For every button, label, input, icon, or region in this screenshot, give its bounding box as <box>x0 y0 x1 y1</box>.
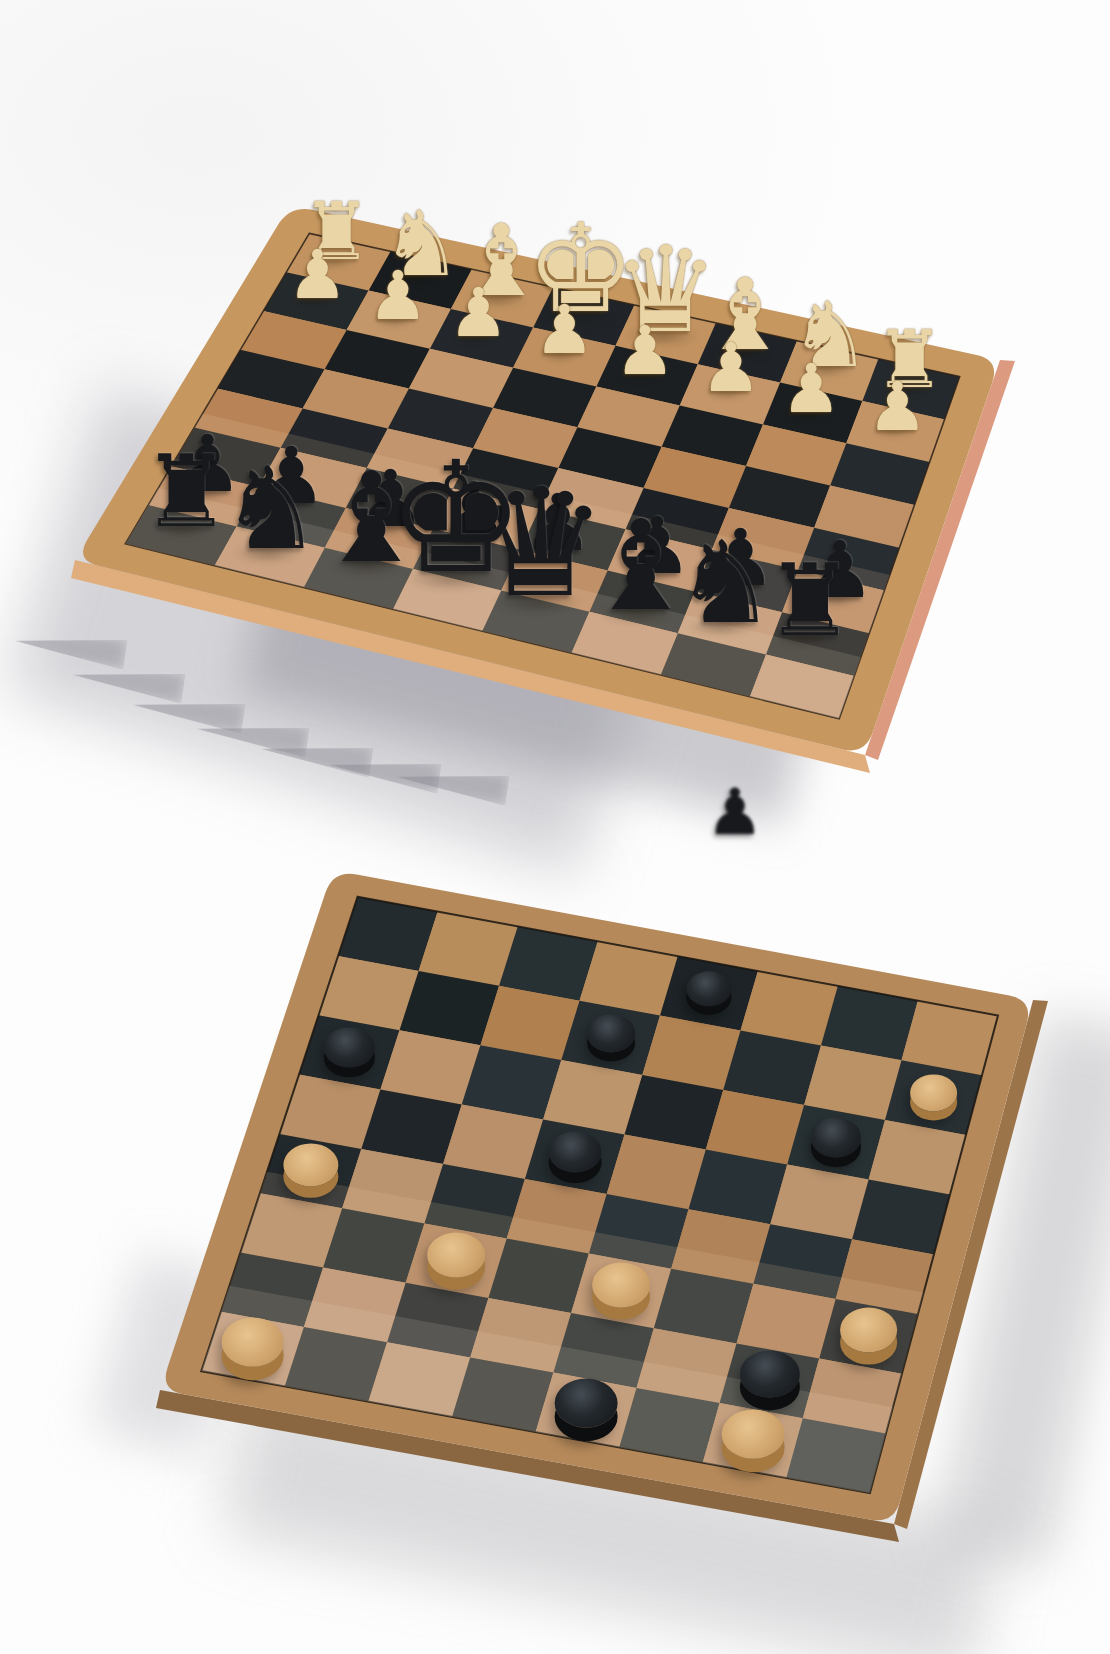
checkers-square-4-2 <box>424 1164 525 1239</box>
piece-shadow-spike <box>130 688 245 733</box>
chess-square-0-2 <box>451 269 553 327</box>
checkers-square-5-0 <box>240 1193 342 1267</box>
chess-photo: ♜♞♝♛♚♝♞♜♟♟♟♟♟♟♟♟♟♟♟♟♟♟♟♟♜♞♝♛♚♝♞♜♟ <box>0 0 1110 1654</box>
checkers-square-4-3 <box>507 1179 607 1254</box>
chess-square-3-0 <box>217 350 324 409</box>
piece-contact-shadow <box>180 488 227 501</box>
chess-square-5-0 <box>171 427 280 487</box>
checkers-square-7-7 <box>786 1418 886 1493</box>
checkers-square-3-4 <box>607 1135 706 1210</box>
chess-square-3-1 <box>303 369 409 428</box>
checkers-square-0-1 <box>419 912 518 986</box>
checkers-square-6-5 <box>637 1328 737 1403</box>
black-king: ♚ <box>387 442 525 596</box>
piece-shadow-spike <box>394 760 509 805</box>
chess-pieces: ♜♞♝♛♚♝♞♜♟♟♟♟♟♟♟♟♟♟♟♟♟♟♟♟♜♞♝♛♚♝♞♜♟ <box>0 0 1110 1654</box>
checkers-square-0-5 <box>741 971 838 1046</box>
white-pawn: ♟ <box>615 318 675 385</box>
checkers-square-5-3 <box>488 1239 589 1314</box>
chess-square-7-3 <box>393 569 501 631</box>
chess-square-5-7 <box>782 570 884 633</box>
checkers-square-2-5 <box>706 1090 804 1165</box>
piece-contact-shadow <box>153 522 213 538</box>
black-queen: ♛ <box>473 469 607 619</box>
checkers-square-7-6 <box>703 1403 803 1478</box>
chess-square-5-1 <box>259 448 367 508</box>
wood-checker <box>910 1074 958 1111</box>
black-pawn: ♟ <box>705 519 775 598</box>
chess-square-7-7 <box>750 655 854 719</box>
checkers-square-6-7 <box>803 1359 902 1434</box>
chess-square-1-3 <box>513 327 615 386</box>
chess-square-6-1 <box>237 487 346 548</box>
piece-contact-shadow <box>363 523 410 536</box>
piece-contact-shadow <box>812 594 859 607</box>
checkers-board <box>0 0 1110 1654</box>
checkers-square-3-2 <box>443 1105 543 1179</box>
checkers-square-2-0 <box>299 1015 400 1089</box>
white-pawn: ♟ <box>368 263 428 330</box>
checkers-square-7-3 <box>452 1357 553 1432</box>
checkers-square-3-0 <box>280 1075 381 1149</box>
checkers-square-4-4 <box>589 1194 689 1269</box>
chess-square-1-4 <box>596 346 697 406</box>
checkers-square-5-6 <box>737 1284 836 1359</box>
product-photo-page: ♜♞♝♛♚♝♞♜♟♟♟♟♟♟♟♟♟♟♟♟♟♟♟♟♜♞♝♛♚♝♞♜♟ <box>0 0 1110 1654</box>
chess-square-2-0 <box>240 311 346 369</box>
piece-contact-shadow <box>468 291 527 307</box>
chess-board-shadow <box>5 385 675 875</box>
checkers-square-5-2 <box>406 1223 507 1298</box>
chess-square-4-4 <box>539 468 643 529</box>
checkers-square-6-3 <box>470 1298 571 1373</box>
checkers-square-5-1 <box>323 1208 424 1283</box>
black-knight: ♞ <box>220 453 322 567</box>
checkers-square-4-7 <box>836 1239 934 1314</box>
piece-contact-shadow <box>799 362 853 376</box>
checkers-board-group <box>156 874 1048 1542</box>
chess-border-line <box>125 233 959 718</box>
piece-contact-shadow <box>330 556 405 576</box>
chess-square-0-3 <box>533 287 634 346</box>
white-king: ♚ <box>526 208 636 330</box>
checkers-square-3-5 <box>689 1150 788 1225</box>
piece-contact-shadow <box>446 535 493 548</box>
black-bishop: ♝ <box>315 456 427 581</box>
chess-square-1-5 <box>680 364 780 424</box>
piece-contact-shadow <box>787 409 827 420</box>
checkers-square-4-0 <box>260 1134 361 1208</box>
chess-square-6-2 <box>325 508 433 569</box>
chess-square-1-2 <box>430 309 533 368</box>
checkers-square-1-1 <box>400 971 500 1045</box>
checkers-square-5-5 <box>654 1269 754 1344</box>
stray-black-pawn: ♟ <box>706 780 763 844</box>
checkers-square-5-7 <box>819 1299 918 1374</box>
chess-square-4-6 <box>712 508 814 570</box>
wood-checker <box>722 1409 785 1458</box>
piece-contact-shadow <box>492 590 582 614</box>
black-pawn: ♟ <box>256 437 326 516</box>
white-bishop: ♝ <box>457 212 546 311</box>
checkers-square-2-1 <box>380 1030 480 1104</box>
checkers-square-1-5 <box>723 1031 821 1106</box>
black-pawn: ♟ <box>172 425 242 504</box>
white-pawn: ♟ <box>287 241 347 308</box>
white-rook: ♜ <box>874 321 945 400</box>
chess-square-5-5 <box>608 529 712 591</box>
piece-shadow-spike <box>326 748 441 793</box>
checkers-square-1-2 <box>480 986 579 1060</box>
checkers-square-7-5 <box>619 1388 719 1463</box>
black-checker <box>548 1131 601 1172</box>
checkers-square-6-4 <box>553 1313 653 1388</box>
chess-square-6-0 <box>148 466 258 526</box>
checkers-border-line <box>201 897 998 1493</box>
piece-contact-shadow <box>454 333 494 344</box>
white-pawn: ♟ <box>448 280 508 347</box>
wood-checker <box>427 1232 485 1277</box>
black-rook: ♜ <box>765 551 855 651</box>
white-pawn: ♟ <box>781 356 841 423</box>
chess-square-1-6 <box>763 383 862 444</box>
checkers-square-6-6 <box>720 1344 820 1419</box>
white-pawn: ♟ <box>867 373 927 440</box>
checkers-square-1-0 <box>319 956 419 1030</box>
chess-board-group <box>71 209 1015 773</box>
chess-square-0-1 <box>369 251 472 309</box>
wood-checker <box>283 1144 338 1187</box>
chess-square-7-5 <box>572 612 678 675</box>
piece-shadow-spike <box>194 712 309 757</box>
checkers-square-7-2 <box>368 1342 470 1417</box>
black-checker <box>587 1015 635 1052</box>
black-knight: ♞ <box>674 526 776 640</box>
black-bishop: ♝ <box>585 504 697 629</box>
black-pawn: ♟ <box>523 484 593 563</box>
piece-contact-shadow <box>293 295 333 306</box>
piece-contact-shadow <box>530 547 577 560</box>
chess-square-2-5 <box>662 406 763 467</box>
black-pawn: ♟ <box>622 507 692 586</box>
piece-shadow-spike <box>12 624 127 669</box>
piece-contact-shadow <box>687 618 755 636</box>
chess-square-4-5 <box>626 488 729 550</box>
black-checker <box>555 1379 618 1428</box>
wood-checker <box>592 1262 650 1307</box>
chess-square-3-6 <box>729 466 830 528</box>
black-checker <box>686 971 731 1006</box>
checkers-square-0-3 <box>580 941 678 1015</box>
chess-square-2-6 <box>746 424 846 485</box>
chess-square-7-0 <box>125 505 236 566</box>
checkers-square-4-6 <box>753 1224 852 1299</box>
chess-square-3-7 <box>814 486 914 548</box>
chess-square-0-6 <box>780 341 878 401</box>
piece-contact-shadow <box>599 604 674 624</box>
black-checker <box>739 1351 799 1398</box>
chess-square-4-3 <box>453 448 558 509</box>
checkers-square-7-4 <box>536 1373 637 1448</box>
chess-square-3-2 <box>388 389 493 449</box>
checkers-square-7-0 <box>201 1312 304 1387</box>
checkers-square-7-1 <box>285 1327 387 1402</box>
chess-square-2-4 <box>577 387 679 447</box>
wood-checker <box>221 1318 284 1367</box>
checkers-square-1-3 <box>561 1001 660 1075</box>
chess-square-7-4 <box>482 591 589 654</box>
checkers-square-0-4 <box>660 956 758 1030</box>
black-rook: ♜ <box>142 442 232 542</box>
checkers-board-face <box>166 874 1028 1521</box>
chess-square-1-7 <box>846 401 944 462</box>
white-pawn: ♟ <box>701 335 761 402</box>
piece-contact-shadow <box>309 255 357 268</box>
chess-board-face <box>83 209 994 750</box>
chess-square-1-1 <box>347 291 451 349</box>
piece-shadow-spike <box>258 732 373 777</box>
piece-contact-shadow <box>374 316 414 327</box>
white-pawn: ♟ <box>534 297 594 364</box>
checkers-square-3-7 <box>852 1180 950 1255</box>
black-checker <box>811 1118 861 1157</box>
piece-contact-shadow <box>707 388 747 399</box>
chess-square-2-7 <box>830 443 929 505</box>
chess-square-6-6 <box>678 591 782 654</box>
white-knight: ♞ <box>381 199 462 289</box>
chess-square-4-7 <box>798 528 899 591</box>
black-pawn: ♟ <box>804 531 874 610</box>
checkers-board-shadow <box>223 1384 998 1654</box>
piece-contact-shadow <box>264 500 311 513</box>
checkers-square-0-2 <box>499 926 598 1000</box>
checkers-board-shadow <box>939 1014 1110 1565</box>
chess-square-1-0 <box>263 272 368 330</box>
checkers-square-3-1 <box>361 1090 461 1164</box>
piece-shadow-spike <box>70 658 185 703</box>
chess-square-2-2 <box>409 349 513 408</box>
chess-square-6-7 <box>766 612 869 676</box>
checkers-square-4-5 <box>671 1209 770 1284</box>
chess-square-5-3 <box>433 489 539 550</box>
checkers-square-1-7 <box>885 1060 982 1135</box>
chess-square-6-4 <box>501 550 607 612</box>
piece-contact-shadow <box>712 345 771 361</box>
chess-square-0-0 <box>286 233 390 290</box>
chess-board <box>0 0 1110 1654</box>
checkers-square-6-0 <box>221 1253 323 1328</box>
chess-square-5-6 <box>695 550 798 613</box>
black-pawn: ♟ <box>439 472 509 551</box>
wood-checker <box>840 1308 898 1353</box>
chess-square-6-5 <box>590 571 695 634</box>
piece-contact-shadow <box>882 384 930 397</box>
checkers-square-2-4 <box>625 1075 724 1150</box>
checkers-square-6-2 <box>387 1283 488 1358</box>
checkers-square-4-1 <box>342 1149 443 1224</box>
checkers-square-5-4 <box>571 1254 671 1329</box>
chess-square-0-4 <box>616 305 716 364</box>
checkers-board-shadow <box>92 1253 247 1456</box>
piece-contact-shadow <box>540 306 613 326</box>
chess-square-3-3 <box>473 408 577 468</box>
checkers-photo <box>0 0 1110 1654</box>
chess-square-5-4 <box>520 509 625 571</box>
chess-square-7-6 <box>661 633 766 697</box>
black-pawn: ♟ <box>355 460 425 539</box>
checkers-square-3-6 <box>770 1165 868 1240</box>
piece-contact-shadow <box>621 371 661 382</box>
chess-square-4-1 <box>281 409 388 469</box>
white-queen: ♛ <box>613 231 719 350</box>
white-rook: ♜ <box>301 193 372 272</box>
piece-contact-shadow <box>406 566 498 591</box>
chess-board-shadow <box>239 535 821 826</box>
piece-contact-shadow <box>713 582 760 595</box>
checkers-square-2-7 <box>869 1120 966 1195</box>
chess-square-4-0 <box>194 389 302 448</box>
chess-square-7-1 <box>215 526 325 587</box>
white-knight: ♞ <box>790 290 871 380</box>
chess-square-5-2 <box>346 468 453 529</box>
checkers-pieces <box>0 0 1110 1654</box>
checkers-square-1-6 <box>804 1045 901 1120</box>
chess-square-0-7 <box>862 359 959 420</box>
chess-square-3-5 <box>644 447 746 508</box>
checkers-square-3-3 <box>525 1120 625 1195</box>
chess-square-4-2 <box>367 428 473 488</box>
checkers-square-0-0 <box>338 897 438 971</box>
checkers-square-0-6 <box>821 986 918 1061</box>
piece-contact-shadow <box>873 426 913 437</box>
piece-contact-shadow <box>629 570 676 583</box>
piece-contact-shadow <box>391 271 445 285</box>
checkers-square-2-6 <box>787 1105 885 1180</box>
piece-contact-shadow <box>776 631 836 647</box>
chess-square-0-5 <box>698 323 797 383</box>
checkers-square-2-2 <box>462 1045 562 1119</box>
checkers-square-1-4 <box>642 1016 740 1091</box>
piece-contact-shadow <box>233 544 301 562</box>
white-bishop: ♝ <box>701 266 790 365</box>
black-checker <box>324 1028 374 1067</box>
checkers-square-0-7 <box>902 1001 999 1076</box>
piece-contact-shadow <box>626 327 697 346</box>
chess-square-3-4 <box>558 427 661 488</box>
chess-square-7-2 <box>304 548 413 610</box>
checkers-square-2-3 <box>543 1060 642 1135</box>
chess-square-2-1 <box>325 330 430 389</box>
chess-square-6-3 <box>413 529 520 591</box>
chess-square-2-3 <box>493 368 596 428</box>
checkers-square-6-1 <box>304 1268 406 1343</box>
piece-contact-shadow <box>540 350 580 361</box>
